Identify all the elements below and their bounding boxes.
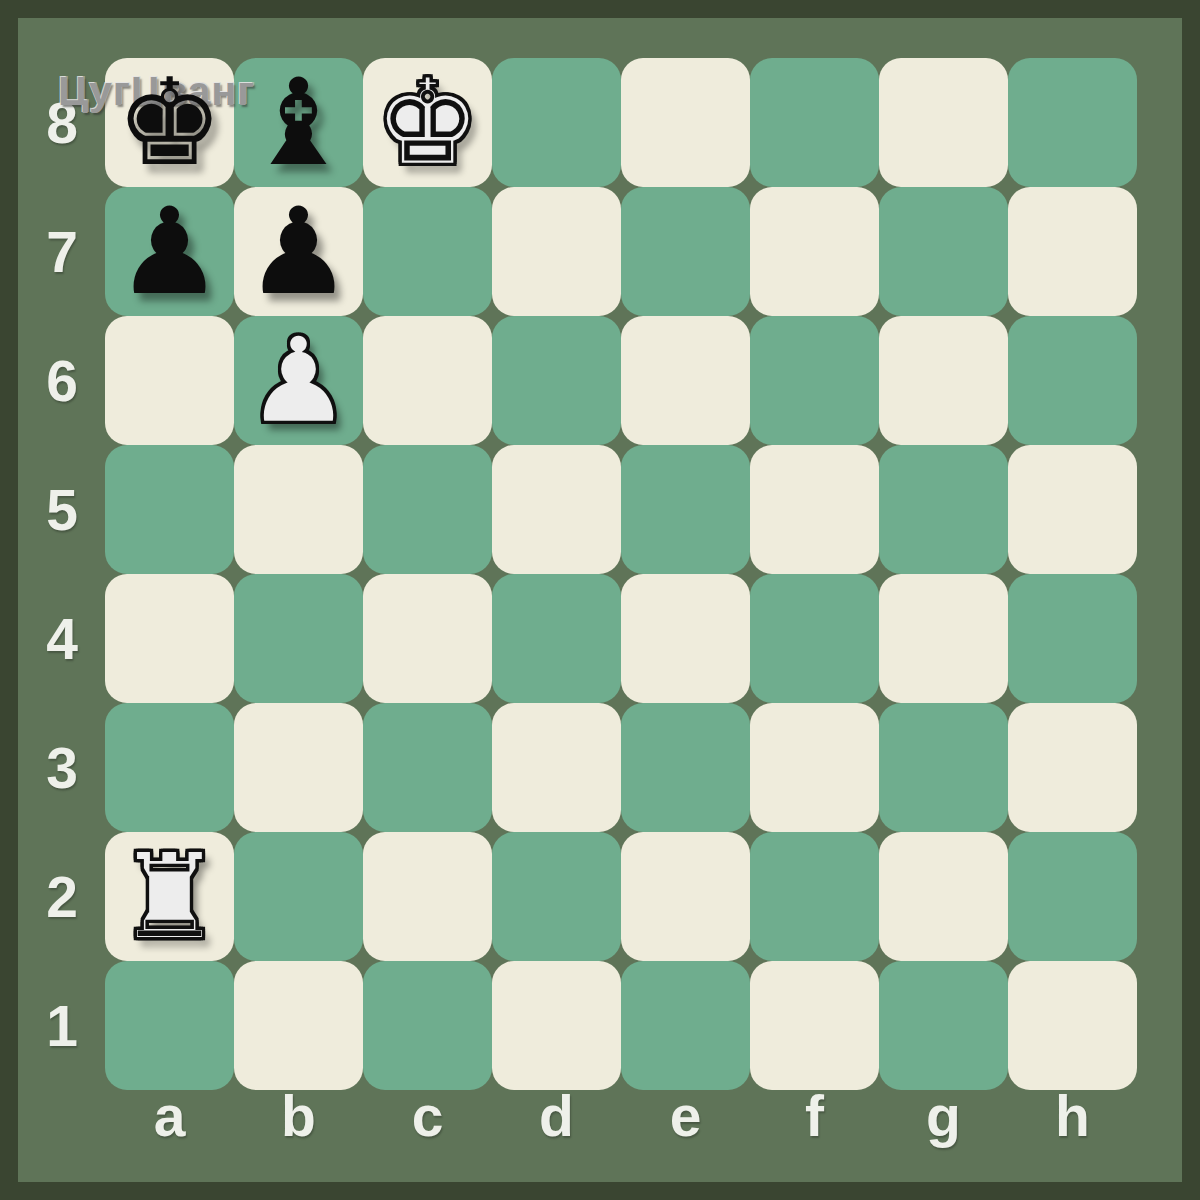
- square-e4[interactable]: [621, 574, 750, 703]
- square-h5[interactable]: [1008, 445, 1137, 574]
- white-king[interactable]: ♚: [374, 63, 482, 183]
- chess-diagram-screenshot: { "game": "chess", "position": { "fen": …: [0, 0, 1200, 1200]
- square-e2[interactable]: [621, 832, 750, 961]
- file-label-g: g: [879, 1076, 1008, 1156]
- square-h3[interactable]: [1008, 703, 1137, 832]
- white-pawn[interactable]: ♟: [245, 321, 353, 441]
- square-d3[interactable]: [492, 703, 621, 832]
- square-f2[interactable]: [750, 832, 879, 961]
- square-h7[interactable]: [1008, 187, 1137, 316]
- black-pawn[interactable]: ♟: [116, 192, 224, 312]
- square-g6[interactable]: [879, 316, 1008, 445]
- rank-label-2: 2: [26, 832, 98, 961]
- square-d5[interactable]: [492, 445, 621, 574]
- rank-label-4: 4: [26, 574, 98, 703]
- file-label-c: c: [363, 1076, 492, 1156]
- square-h4[interactable]: [1008, 574, 1137, 703]
- square-a2[interactable]: ♜: [105, 832, 234, 961]
- square-a8[interactable]: ♚: [105, 58, 234, 187]
- square-f6[interactable]: [750, 316, 879, 445]
- file-label-b: b: [234, 1076, 363, 1156]
- square-b8[interactable]: ♝: [234, 58, 363, 187]
- file-label-d: d: [492, 1076, 621, 1156]
- square-a3[interactable]: [105, 703, 234, 832]
- square-d2[interactable]: [492, 832, 621, 961]
- square-c7[interactable]: [363, 187, 492, 316]
- square-f3[interactable]: [750, 703, 879, 832]
- white-rook[interactable]: ♜: [116, 837, 224, 957]
- square-d7[interactable]: [492, 187, 621, 316]
- square-e3[interactable]: [621, 703, 750, 832]
- square-g8[interactable]: [879, 58, 1008, 187]
- square-a7[interactable]: ♟: [105, 187, 234, 316]
- square-f8[interactable]: [750, 58, 879, 187]
- square-f5[interactable]: [750, 445, 879, 574]
- square-h1[interactable]: [1008, 961, 1137, 1090]
- square-f4[interactable]: [750, 574, 879, 703]
- square-e1[interactable]: [621, 961, 750, 1090]
- square-e5[interactable]: [621, 445, 750, 574]
- square-e7[interactable]: [621, 187, 750, 316]
- square-c5[interactable]: [363, 445, 492, 574]
- square-f1[interactable]: [750, 961, 879, 1090]
- square-c6[interactable]: [363, 316, 492, 445]
- square-h6[interactable]: [1008, 316, 1137, 445]
- square-c1[interactable]: [363, 961, 492, 1090]
- square-g5[interactable]: [879, 445, 1008, 574]
- square-b4[interactable]: [234, 574, 363, 703]
- square-h8[interactable]: [1008, 58, 1137, 187]
- square-f7[interactable]: [750, 187, 879, 316]
- square-b1[interactable]: [234, 961, 363, 1090]
- square-g3[interactable]: [879, 703, 1008, 832]
- black-king[interactable]: ♚: [116, 63, 224, 183]
- board-background: ЦугЦванг 87654321 ♚♝♚♟♟♟♜ abcdefgh: [18, 18, 1182, 1182]
- file-label-a: a: [105, 1076, 234, 1156]
- square-c8[interactable]: ♚: [363, 58, 492, 187]
- rank-label-1: 1: [26, 961, 98, 1090]
- square-c3[interactable]: [363, 703, 492, 832]
- square-g7[interactable]: [879, 187, 1008, 316]
- square-d6[interactable]: [492, 316, 621, 445]
- square-a4[interactable]: [105, 574, 234, 703]
- square-a1[interactable]: [105, 961, 234, 1090]
- square-b5[interactable]: [234, 445, 363, 574]
- file-label-h: h: [1008, 1076, 1137, 1156]
- rank-label-5: 5: [26, 445, 98, 574]
- rank-label-3: 3: [26, 703, 98, 832]
- square-a5[interactable]: [105, 445, 234, 574]
- square-b6[interactable]: ♟: [234, 316, 363, 445]
- square-d1[interactable]: [492, 961, 621, 1090]
- square-b3[interactable]: [234, 703, 363, 832]
- rank-label-7: 7: [26, 187, 98, 316]
- square-g1[interactable]: [879, 961, 1008, 1090]
- rank-labels: 87654321: [26, 58, 98, 1090]
- square-e8[interactable]: [621, 58, 750, 187]
- black-pawn[interactable]: ♟: [245, 192, 353, 312]
- square-e6[interactable]: [621, 316, 750, 445]
- chess-board: ♚♝♚♟♟♟♜: [105, 58, 1137, 1090]
- square-a6[interactable]: [105, 316, 234, 445]
- file-labels: abcdefgh: [105, 1076, 1137, 1156]
- square-h2[interactable]: [1008, 832, 1137, 961]
- black-bishop[interactable]: ♝: [245, 63, 353, 183]
- square-c2[interactable]: [363, 832, 492, 961]
- file-label-e: e: [621, 1076, 750, 1156]
- rank-label-6: 6: [26, 316, 98, 445]
- square-b2[interactable]: [234, 832, 363, 961]
- square-c4[interactable]: [363, 574, 492, 703]
- file-label-f: f: [750, 1076, 879, 1156]
- square-d4[interactable]: [492, 574, 621, 703]
- square-b7[interactable]: ♟: [234, 187, 363, 316]
- square-g2[interactable]: [879, 832, 1008, 961]
- square-d8[interactable]: [492, 58, 621, 187]
- square-g4[interactable]: [879, 574, 1008, 703]
